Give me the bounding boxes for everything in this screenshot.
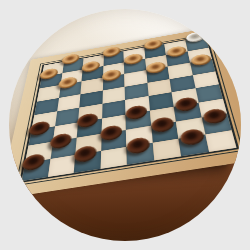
square-b1[interactable] (48, 155, 76, 177)
checker-light-tan[interactable] (144, 38, 163, 50)
checker-light-tan[interactable] (191, 53, 213, 67)
checker-dark-brown[interactable] (125, 104, 147, 121)
board-grid (19, 36, 239, 183)
square-e1[interactable] (126, 143, 153, 165)
square-a1[interactable] (22, 159, 50, 181)
checker-light-tan[interactable] (103, 46, 121, 58)
square-g3[interactable] (174, 102, 202, 121)
checker-dark-brown[interactable] (21, 153, 46, 172)
checkers-board (9, 26, 241, 199)
checker-dark-brown[interactable] (76, 113, 97, 130)
product-image-background (0, 0, 250, 250)
square-b6[interactable] (59, 81, 82, 97)
checker-light-tan[interactable] (62, 53, 80, 65)
square-e5[interactable] (125, 83, 149, 100)
square-c1[interactable] (74, 151, 101, 173)
square-f1[interactable] (152, 138, 181, 160)
square-h4[interactable] (195, 84, 223, 102)
checker-dark-brown[interactable] (126, 137, 150, 156)
board-inner-frame (15, 34, 241, 186)
checker-dark-brown[interactable] (100, 124, 122, 142)
square-h6[interactable] (190, 59, 216, 75)
board-3d-wrap (9, 9, 241, 221)
checker-light-tan[interactable] (39, 68, 58, 81)
photo-circle (9, 9, 241, 241)
checker-white[interactable] (186, 31, 206, 43)
square-g1[interactable] (178, 134, 208, 156)
checker-dark-brown[interactable] (28, 120, 51, 137)
square-h1[interactable] (205, 130, 237, 152)
square-d1[interactable] (100, 147, 127, 169)
